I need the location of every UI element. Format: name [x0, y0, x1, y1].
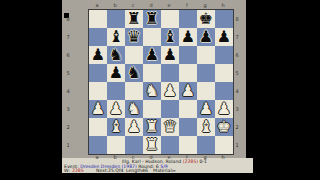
stat-length-label: Length:	[126, 168, 143, 173]
piece-black-rook: ♜	[127, 10, 141, 28]
square-a3: ♟	[89, 100, 107, 118]
square-a2	[89, 118, 107, 136]
square-f7: ♟	[179, 28, 197, 46]
file-label-bottom-g: g	[196, 154, 214, 160]
square-d3	[143, 100, 161, 118]
rank-label-right-7: 7	[231, 28, 243, 46]
square-b7: ♝	[107, 28, 125, 46]
piece-black-pawn: ♟	[181, 28, 195, 46]
piece-black-bishop: ♝	[163, 28, 177, 46]
rank-label-left-2: 2	[62, 118, 74, 136]
piece-white-bishop: ♝	[199, 118, 213, 136]
piece-white-pawn: ♟	[217, 100, 231, 118]
square-f1	[179, 136, 197, 154]
square-b2: ♝	[107, 118, 125, 136]
square-c8: ♜	[125, 10, 143, 28]
square-b5: ♟	[107, 64, 125, 82]
rank-label-left-8: 8	[62, 10, 74, 28]
rank-label-right-2: 2	[231, 118, 243, 136]
piece-black-pawn: ♟	[109, 64, 123, 82]
square-d7	[143, 28, 161, 46]
square-b6: ♞	[107, 46, 125, 64]
square-b8	[107, 10, 125, 28]
stat-next-value: 25.Qf4	[108, 168, 123, 173]
square-d8: ♜	[143, 10, 161, 28]
square-d6: ♟	[143, 46, 161, 64]
file-label-top-f: f	[178, 2, 196, 8]
piece-white-rook: ♜	[145, 136, 159, 154]
piece-white-knight: ♞	[127, 100, 141, 118]
piece-black-pawn: ♟	[91, 46, 105, 64]
square-e4: ♟	[161, 82, 179, 100]
video-frame: ♜♜♚♝♛♝♟♟♟♟♞♟♟♟♞♞♟♟♟♟♞♟♟♝♟♜♛♝♚♜ Illg, Kar…	[0, 0, 320, 180]
piece-white-queen: ♛	[163, 118, 177, 136]
square-b4	[107, 82, 125, 100]
piece-black-bishop: ♝	[109, 28, 123, 46]
file-label-top-e: e	[160, 2, 178, 8]
square-d5	[143, 64, 161, 82]
stat-length-value: 46	[142, 168, 148, 173]
square-g3: ♟	[197, 100, 215, 118]
square-a4	[89, 82, 107, 100]
square-g7: ♟	[197, 28, 215, 46]
file-label-bottom-c: c	[124, 154, 142, 160]
square-e7: ♝	[161, 28, 179, 46]
square-c7: ♛	[125, 28, 143, 46]
square-a1	[89, 136, 107, 154]
piece-black-pawn: ♟	[199, 28, 213, 46]
file-label-bottom-e: e	[160, 154, 178, 160]
piece-white-pawn: ♟	[91, 100, 105, 118]
square-g4	[197, 82, 215, 100]
piece-black-pawn: ♟	[217, 28, 231, 46]
file-label-top-c: c	[124, 2, 142, 8]
piece-black-pawn: ♟	[163, 46, 177, 64]
rank-label-left-5: 5	[62, 64, 74, 82]
square-b3: ♟	[107, 100, 125, 118]
chess-board: ♜♜♚♝♛♝♟♟♟♟♞♟♟♟♞♞♟♟♟♟♞♟♟♝♟♜♛♝♚♜	[88, 9, 234, 155]
stat-material-label: Material:	[153, 168, 173, 173]
rank-label-right-3: 3	[231, 100, 243, 118]
piece-white-knight: ♞	[145, 82, 159, 100]
square-g8: ♚	[197, 10, 215, 28]
square-e5	[161, 64, 179, 82]
rank-label-left-4: 4	[62, 82, 74, 100]
square-f8	[179, 10, 197, 28]
square-c2: ♟	[125, 118, 143, 136]
piece-black-king: ♚	[199, 10, 213, 28]
square-f2	[179, 118, 197, 136]
rank-label-left-3: 3	[62, 100, 74, 118]
piece-white-pawn: ♟	[163, 82, 177, 100]
file-label-bottom-h: h	[214, 154, 232, 160]
square-c5: ♞	[125, 64, 143, 82]
piece-white-pawn: ♟	[127, 118, 141, 136]
square-f5	[179, 64, 197, 82]
piece-black-knight: ♞	[109, 46, 123, 64]
square-c1	[125, 136, 143, 154]
piece-white-king: ♚	[217, 118, 231, 136]
square-a8	[89, 10, 107, 28]
piece-white-bishop: ♝	[109, 118, 123, 136]
file-label-bottom-b: b	[106, 154, 124, 160]
game-info-caption: Illg, Karl - Hudson, Roland (2285) 0-1 E…	[62, 158, 253, 173]
square-e2: ♛	[161, 118, 179, 136]
square-g6	[197, 46, 215, 64]
square-d2: ♜	[143, 118, 161, 136]
rank-label-right-1: 1	[231, 136, 243, 154]
stat-next-label: Next:	[96, 168, 108, 173]
file-label-bottom-f: f	[178, 154, 196, 160]
square-b1	[107, 136, 125, 154]
square-a5	[89, 64, 107, 82]
rank-label-right-6: 6	[231, 46, 243, 64]
square-a6: ♟	[89, 46, 107, 64]
rank-label-right-8: 8	[231, 10, 243, 28]
file-label-bottom-a: a	[88, 154, 106, 160]
rank-label-right-4: 4	[231, 82, 243, 100]
square-c4	[125, 82, 143, 100]
file-label-top-d: d	[142, 2, 160, 8]
square-f3	[179, 100, 197, 118]
piece-white-pawn: ♟	[181, 82, 195, 100]
piece-black-pawn: ♟	[145, 46, 159, 64]
square-d4: ♞	[143, 82, 161, 100]
piece-black-rook: ♜	[145, 10, 159, 28]
square-g1	[197, 136, 215, 154]
rank-label-left-1: 1	[62, 136, 74, 154]
piece-white-rook: ♜	[145, 118, 159, 136]
square-e8	[161, 10, 179, 28]
file-label-top-a: a	[88, 2, 106, 8]
square-e1	[161, 136, 179, 154]
piece-black-queen: ♛	[127, 28, 141, 46]
square-g2: ♝	[197, 118, 215, 136]
stat-material-value: =	[172, 168, 176, 173]
rank-label-left-6: 6	[62, 46, 74, 64]
square-a7	[89, 28, 107, 46]
piece-black-knight: ♞	[127, 64, 141, 82]
file-label-top-g: g	[196, 2, 214, 8]
rank-label-left-7: 7	[62, 28, 74, 46]
square-f4: ♟	[179, 82, 197, 100]
stat-w-value: 2285	[72, 168, 84, 173]
stat-w-label: W:	[64, 168, 70, 173]
file-label-top-h: h	[214, 2, 232, 8]
square-c3: ♞	[125, 100, 143, 118]
piece-white-pawn: ♟	[199, 100, 213, 118]
square-e6: ♟	[161, 46, 179, 64]
square-f6	[179, 46, 197, 64]
square-c6	[125, 46, 143, 64]
piece-white-pawn: ♟	[109, 100, 123, 118]
file-label-bottom-d: d	[142, 154, 160, 160]
square-d1: ♜	[143, 136, 161, 154]
square-e3	[161, 100, 179, 118]
file-label-top-b: b	[106, 2, 124, 8]
rank-label-right-5: 5	[231, 64, 243, 82]
square-g5	[197, 64, 215, 82]
